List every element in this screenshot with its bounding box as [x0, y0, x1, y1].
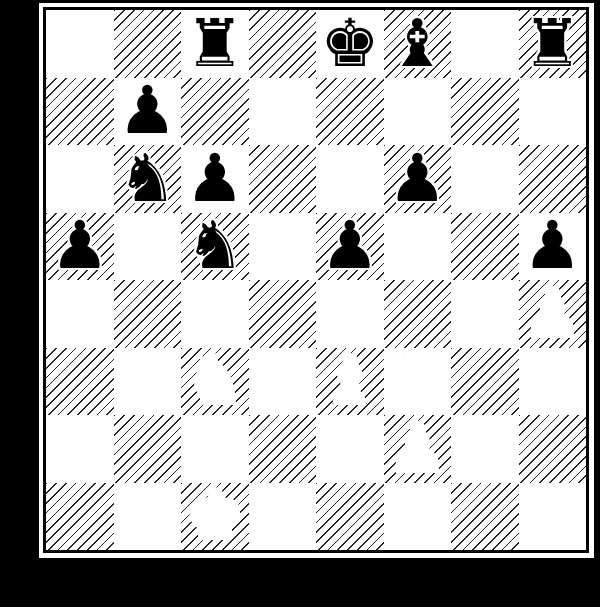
square-g7[interactable]: [451, 78, 519, 146]
square-e5[interactable]: ♟: [316, 213, 384, 281]
square-g1[interactable]: [451, 483, 519, 551]
square-b6[interactable]: ♞: [114, 145, 182, 213]
square-a5[interactable]: ♟: [46, 213, 114, 281]
square-e6[interactable]: [316, 145, 384, 213]
square-h1[interactable]: ♜: [519, 483, 587, 551]
piece-black-king[interactable]: ♚: [320, 11, 379, 77]
piece-black-pawn[interactable]: ♟: [388, 146, 447, 212]
square-c2[interactable]: [181, 415, 249, 483]
square-b1[interactable]: [114, 483, 182, 551]
piece-white-pawn[interactable]: ♟: [320, 416, 379, 482]
square-e8[interactable]: ♚: [316, 10, 384, 78]
square-d3[interactable]: [249, 348, 317, 416]
square-d4[interactable]: [249, 280, 317, 348]
square-c4[interactable]: ♟: [181, 280, 249, 348]
square-e2[interactable]: ♟: [316, 415, 384, 483]
piece-white-knight[interactable]: ♞: [388, 348, 447, 414]
square-d7[interactable]: [249, 78, 317, 146]
square-c7[interactable]: [181, 78, 249, 146]
piece-black-pawn[interactable]: ♟: [185, 146, 244, 212]
square-d8[interactable]: [249, 10, 317, 78]
square-h2[interactable]: [519, 415, 587, 483]
piece-black-pawn[interactable]: ♟: [118, 78, 177, 144]
square-f8[interactable]: ♝: [384, 10, 452, 78]
piece-black-knight[interactable]: ♞: [118, 146, 177, 212]
square-h8[interactable]: ♜: [519, 10, 587, 78]
square-b7[interactable]: ♟: [114, 78, 182, 146]
square-d5[interactable]: [249, 213, 317, 281]
square-f5[interactable]: [384, 213, 452, 281]
square-g5[interactable]: [451, 213, 519, 281]
piece-black-bishop[interactable]: ♝: [388, 11, 447, 77]
square-f4[interactable]: [384, 280, 452, 348]
square-c8[interactable]: ♜: [181, 10, 249, 78]
square-a6[interactable]: [46, 145, 114, 213]
square-d1[interactable]: ♜: [249, 483, 317, 551]
square-h6[interactable]: [519, 145, 587, 213]
piece-white-knight[interactable]: ♞: [185, 348, 244, 414]
square-f3[interactable]: ♞: [384, 348, 452, 416]
piece-white-bishop[interactable]: ♝: [320, 348, 379, 414]
square-f6[interactable]: ♟: [384, 145, 452, 213]
square-g2[interactable]: [451, 415, 519, 483]
square-a4[interactable]: [46, 280, 114, 348]
square-c3[interactable]: ♞: [181, 348, 249, 416]
square-e3[interactable]: ♝: [316, 348, 384, 416]
square-a8[interactable]: [46, 10, 114, 78]
square-b5[interactable]: [114, 213, 182, 281]
square-f7[interactable]: [384, 78, 452, 146]
square-h7[interactable]: [519, 78, 587, 146]
piece-white-rook[interactable]: ♜: [253, 483, 312, 549]
piece-black-pawn[interactable]: ♟: [523, 213, 582, 279]
square-a2[interactable]: ♟: [46, 415, 114, 483]
square-f2[interactable]: ♟: [384, 415, 452, 483]
piece-black-knight[interactable]: ♞: [185, 213, 244, 279]
square-g3[interactable]: [451, 348, 519, 416]
square-d2[interactable]: [249, 415, 317, 483]
square-h3[interactable]: [519, 348, 587, 416]
square-a1[interactable]: [46, 483, 114, 551]
piece-black-rook[interactable]: ♜: [185, 11, 244, 77]
piece-white-rook[interactable]: ♜: [523, 483, 582, 549]
piece-white-pawn[interactable]: ♟: [523, 281, 582, 347]
piece-white-pawn[interactable]: ♟: [50, 416, 109, 482]
square-g4[interactable]: [451, 280, 519, 348]
piece-black-pawn[interactable]: ♟: [50, 213, 109, 279]
piece-black-rook[interactable]: ♜: [523, 11, 582, 77]
square-c5[interactable]: ♞: [181, 213, 249, 281]
square-c6[interactable]: ♟: [181, 145, 249, 213]
piece-white-pawn[interactable]: ♟: [388, 416, 447, 482]
square-e7[interactable]: [316, 78, 384, 146]
piece-black-pawn[interactable]: ♟: [320, 213, 379, 279]
square-g6[interactable]: [451, 145, 519, 213]
screenshot-canvas: ♜♚♝♜♟♞♟♟♟♞♟♟♟♟♟♞♝♞♟♟♟♚♜♜: [0, 0, 600, 607]
square-b3[interactable]: ♟: [114, 348, 182, 416]
square-e1[interactable]: [316, 483, 384, 551]
square-f1[interactable]: [384, 483, 452, 551]
square-c1[interactable]: ♚: [181, 483, 249, 551]
square-h4[interactable]: ♟: [519, 280, 587, 348]
piece-white-pawn[interactable]: ♟: [185, 281, 244, 347]
square-a7[interactable]: [46, 78, 114, 146]
square-g8[interactable]: [451, 10, 519, 78]
square-b2[interactable]: [114, 415, 182, 483]
square-d6[interactable]: [249, 145, 317, 213]
square-b8[interactable]: [114, 10, 182, 78]
chess-diagram: ♜♚♝♜♟♞♟♟♟♞♟♟♟♟♟♞♝♞♟♟♟♚♜♜: [39, 3, 594, 558]
square-a3[interactable]: [46, 348, 114, 416]
square-b4[interactable]: [114, 280, 182, 348]
piece-white-king[interactable]: ♚: [185, 483, 244, 549]
piece-white-pawn[interactable]: ♟: [118, 348, 177, 414]
square-e4[interactable]: [316, 280, 384, 348]
square-h5[interactable]: ♟: [519, 213, 587, 281]
chess-board: ♜♚♝♜♟♞♟♟♟♞♟♟♟♟♟♞♝♞♟♟♟♚♜♜: [43, 7, 589, 553]
